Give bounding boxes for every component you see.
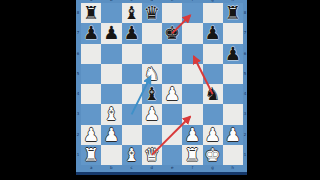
square-d2[interactable] <box>142 125 162 145</box>
chess-board[interactable]: ♜♝♛♜♟♟♟♚♟♟♞♝♟♞♝♟♟♟♟♟♟♜♝♛♜♚ <box>81 3 243 165</box>
file-label-g: g <box>211 166 214 170</box>
square-b8[interactable] <box>101 3 121 23</box>
black-pawn-c7[interactable]: ♟ <box>122 23 142 43</box>
square-g3[interactable] <box>203 104 223 124</box>
square-c5[interactable] <box>122 64 142 84</box>
square-b5[interactable] <box>101 64 121 84</box>
square-h1[interactable] <box>223 145 243 165</box>
rank-label-5: 5 <box>77 72 80 76</box>
square-e3[interactable] <box>162 104 182 124</box>
file-label-d: d <box>151 166 154 170</box>
square-c3[interactable] <box>122 104 142 124</box>
file-label-b: b <box>110 0 113 2</box>
square-f7[interactable] <box>182 23 202 43</box>
black-rook-a8[interactable]: ♜ <box>81 3 101 23</box>
white-bishop-b3[interactable]: ♝ <box>101 104 121 124</box>
chess-board-frame: abcdefgh abcdefgh 87654321 87654321 ♜♝♛♜… <box>76 0 247 175</box>
file-label-f: f <box>192 166 193 170</box>
square-b2[interactable]: ♟ <box>101 125 121 145</box>
rank-label-4: 4 <box>244 92 247 96</box>
rank-label-8: 8 <box>77 11 80 15</box>
white-pawn-a2[interactable]: ♟ <box>81 125 101 145</box>
rank-label-1: 1 <box>77 153 80 157</box>
square-c7[interactable]: ♟ <box>122 23 142 43</box>
white-pawn-d3[interactable]: ♟ <box>142 104 162 124</box>
square-f4[interactable] <box>182 84 202 104</box>
square-b6[interactable] <box>101 44 121 64</box>
square-e2[interactable] <box>162 125 182 145</box>
black-queen-d8[interactable]: ♛ <box>142 3 162 23</box>
white-rook-a1[interactable]: ♜ <box>81 145 101 165</box>
black-pawn-a7[interactable]: ♟ <box>81 23 101 43</box>
rank-label-5: 5 <box>244 72 247 76</box>
square-a7[interactable]: ♟ <box>81 23 101 43</box>
square-h8[interactable]: ♜ <box>223 3 243 23</box>
black-pawn-b7[interactable]: ♟ <box>101 23 121 43</box>
white-bishop-c1[interactable]: ♝ <box>122 145 142 165</box>
black-pawn-g7[interactable]: ♟ <box>203 23 223 43</box>
square-b3[interactable]: ♝ <box>101 104 121 124</box>
file-label-e: e <box>171 0 173 2</box>
square-c2[interactable] <box>122 125 142 145</box>
rank-labels-right: 87654321 <box>243 3 247 165</box>
file-label-e: e <box>171 166 173 170</box>
black-knight-g4[interactable]: ♞ <box>203 84 223 104</box>
file-label-g: g <box>211 0 214 2</box>
black-pawn-h6[interactable]: ♟ <box>223 44 243 64</box>
square-f5[interactable] <box>182 64 202 84</box>
black-rook-h8[interactable]: ♜ <box>223 3 243 23</box>
square-a2[interactable]: ♟ <box>81 125 101 145</box>
black-king-e7[interactable]: ♚ <box>162 23 182 43</box>
square-a5[interactable] <box>81 64 101 84</box>
square-g1[interactable]: ♚ <box>203 145 223 165</box>
square-a8[interactable]: ♜ <box>81 3 101 23</box>
file-label-c: c <box>131 166 133 170</box>
square-e5[interactable] <box>162 64 182 84</box>
square-g2[interactable]: ♟ <box>203 125 223 145</box>
white-rook-f1[interactable]: ♜ <box>182 145 202 165</box>
square-f2[interactable]: ♟ <box>182 125 202 145</box>
white-pawn-g2[interactable]: ♟ <box>203 125 223 145</box>
black-bishop-c8[interactable]: ♝ <box>122 3 142 23</box>
square-g8[interactable] <box>203 3 223 23</box>
square-g7[interactable]: ♟ <box>203 23 223 43</box>
rank-label-1: 1 <box>244 153 247 157</box>
square-e6[interactable] <box>162 44 182 64</box>
square-c4[interactable] <box>122 84 142 104</box>
square-d4[interactable]: ♝ <box>142 84 162 104</box>
rank-label-3: 3 <box>77 112 80 116</box>
square-g5[interactable] <box>203 64 223 84</box>
white-pawn-b2[interactable]: ♟ <box>101 125 121 145</box>
square-h2[interactable]: ♟ <box>223 125 243 145</box>
square-a1[interactable]: ♜ <box>81 145 101 165</box>
rank-label-7: 7 <box>77 31 80 35</box>
square-h5[interactable] <box>223 64 243 84</box>
white-pawn-f2[interactable]: ♟ <box>182 125 202 145</box>
square-f1[interactable]: ♜ <box>182 145 202 165</box>
rank-label-2: 2 <box>244 133 247 137</box>
file-label-a: a <box>90 166 92 170</box>
black-bishop-d4[interactable]: ♝ <box>142 84 162 104</box>
square-b1[interactable] <box>101 145 121 165</box>
square-d1[interactable]: ♛ <box>142 145 162 165</box>
white-queen-d1[interactable]: ♛ <box>142 145 162 165</box>
file-label-f: f <box>192 0 193 2</box>
square-h6[interactable]: ♟ <box>223 44 243 64</box>
screenshot-background: abcdefgh abcdefgh 87654321 87654321 ♜♝♛♜… <box>0 0 320 180</box>
square-e1[interactable] <box>162 145 182 165</box>
square-e4[interactable]: ♟ <box>162 84 182 104</box>
square-b4[interactable] <box>101 84 121 104</box>
file-label-b: b <box>110 166 113 170</box>
square-d6[interactable] <box>142 44 162 64</box>
square-e8[interactable] <box>162 3 182 23</box>
square-c6[interactable] <box>122 44 142 64</box>
white-king-g1[interactable]: ♚ <box>203 145 223 165</box>
square-f3[interactable] <box>182 104 202 124</box>
square-f8[interactable] <box>182 3 202 23</box>
rank-label-6: 6 <box>244 52 247 56</box>
rank-label-3: 3 <box>244 112 247 116</box>
square-h3[interactable] <box>223 104 243 124</box>
square-a3[interactable] <box>81 104 101 124</box>
rank-label-2: 2 <box>77 133 80 137</box>
square-c1[interactable]: ♝ <box>122 145 142 165</box>
square-d8[interactable]: ♛ <box>142 3 162 23</box>
rank-label-8: 8 <box>244 11 247 15</box>
square-e7[interactable]: ♚ <box>162 23 182 43</box>
square-c8[interactable]: ♝ <box>122 3 142 23</box>
square-d3[interactable]: ♟ <box>142 104 162 124</box>
square-d7[interactable] <box>142 23 162 43</box>
rank-label-4: 4 <box>77 92 80 96</box>
square-a6[interactable] <box>81 44 101 64</box>
rank-label-7: 7 <box>244 31 247 35</box>
square-d5[interactable]: ♞ <box>142 64 162 84</box>
square-a4[interactable] <box>81 84 101 104</box>
file-labels-bottom: abcdefgh <box>81 165 243 172</box>
square-g6[interactable] <box>203 44 223 64</box>
rank-label-6: 6 <box>77 52 80 56</box>
square-h4[interactable] <box>223 84 243 104</box>
file-label-h: h <box>232 166 235 170</box>
square-g4[interactable]: ♞ <box>203 84 223 104</box>
square-h7[interactable] <box>223 23 243 43</box>
square-b7[interactable]: ♟ <box>101 23 121 43</box>
square-f6[interactable] <box>182 44 202 64</box>
white-pawn-e4[interactable]: ♟ <box>162 84 182 104</box>
white-knight-d5[interactable]: ♞ <box>142 64 162 84</box>
white-pawn-h2[interactable]: ♟ <box>223 125 243 145</box>
